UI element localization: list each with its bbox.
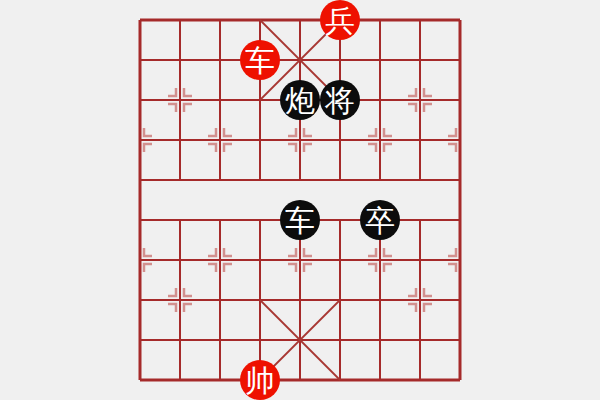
piece-glyph: 帅	[245, 366, 275, 396]
piece-glyph: 兵	[325, 6, 355, 36]
piece-black-chariot[interactable]: 车	[280, 200, 320, 240]
piece-red-general[interactable]: 帅	[240, 360, 280, 400]
piece-black-soldier[interactable]: 卒	[360, 200, 400, 240]
piece-black-cannon[interactable]: 炮	[280, 80, 320, 120]
piece-glyph: 车	[245, 46, 275, 76]
black-piece-disc: 炮	[280, 80, 320, 120]
black-piece-disc: 将	[320, 80, 360, 120]
red-piece-disc: 帅	[240, 360, 280, 400]
red-piece-disc: 车	[240, 40, 280, 80]
xiangqi-app: 兵车炮将车卒帅	[0, 0, 600, 400]
piece-glyph: 车	[285, 206, 315, 236]
piece-glyph: 炮	[285, 86, 315, 116]
red-piece-disc: 兵	[320, 0, 360, 40]
piece-red-soldier[interactable]: 兵	[320, 0, 360, 40]
piece-black-general[interactable]: 将	[320, 80, 360, 120]
black-piece-disc: 车	[280, 200, 320, 240]
piece-red-chariot[interactable]: 车	[240, 40, 280, 80]
piece-glyph: 将	[325, 86, 355, 116]
piece-glyph: 卒	[365, 206, 395, 236]
black-piece-disc: 卒	[360, 200, 400, 240]
xiangqi-board[interactable]: 兵车炮将车卒帅	[120, 0, 480, 400]
